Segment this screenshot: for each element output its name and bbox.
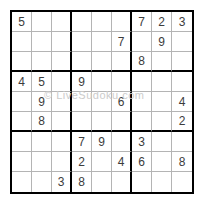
cell-r7c6[interactable] (112, 132, 132, 152)
cell-r6c9[interactable]: 2 (172, 112, 192, 132)
cell-r9c4[interactable]: 8 (72, 172, 92, 192)
cell-r5c7[interactable] (132, 92, 152, 112)
cell-r9c9[interactable] (172, 172, 192, 192)
cell-r2c1[interactable] (12, 32, 32, 52)
cell-r4c5[interactable] (92, 72, 112, 92)
cell-r3c3[interactable] (52, 52, 72, 72)
cell-r6c4[interactable] (72, 112, 92, 132)
cell-r8c2[interactable] (32, 152, 52, 172)
sudoku-page: 572379845996482793246838 © LiveSudoku.co… (0, 0, 200, 200)
cell-r4c2[interactable]: 5 (32, 72, 52, 92)
cell-r3c4[interactable] (72, 52, 92, 72)
cell-r3c5[interactable] (92, 52, 112, 72)
cell-r1c2[interactable] (32, 12, 52, 32)
cell-r9c1[interactable] (12, 172, 32, 192)
cell-r1c6[interactable] (112, 12, 132, 32)
cell-r1c1[interactable]: 5 (12, 12, 32, 32)
cell-r7c5[interactable]: 9 (92, 132, 112, 152)
cell-r4c3[interactable] (52, 72, 72, 92)
cell-r8c7[interactable]: 6 (132, 152, 152, 172)
cell-r7c7[interactable]: 3 (132, 132, 152, 152)
cell-r9c3[interactable]: 3 (52, 172, 72, 192)
cell-r7c2[interactable] (32, 132, 52, 152)
cell-r7c8[interactable] (152, 132, 172, 152)
cell-r4c9[interactable] (172, 72, 192, 92)
cell-r6c3[interactable] (52, 112, 72, 132)
cell-r5c1[interactable] (12, 92, 32, 112)
cell-r1c7[interactable]: 7 (132, 12, 152, 32)
cell-r3c2[interactable] (32, 52, 52, 72)
cell-r5c5[interactable] (92, 92, 112, 112)
cell-r4c8[interactable] (152, 72, 172, 92)
cell-r4c7[interactable] (132, 72, 152, 92)
cell-r4c4[interactable]: 9 (72, 72, 92, 92)
cell-r5c3[interactable] (52, 92, 72, 112)
cell-r1c8[interactable]: 2 (152, 12, 172, 32)
cell-r7c4[interactable]: 7 (72, 132, 92, 152)
cell-r9c2[interactable] (32, 172, 52, 192)
cell-r3c8[interactable] (152, 52, 172, 72)
cell-r8c6[interactable]: 4 (112, 152, 132, 172)
cell-r8c3[interactable] (52, 152, 72, 172)
cell-r2c6[interactable]: 7 (112, 32, 132, 52)
cell-r2c7[interactable] (132, 32, 152, 52)
sudoku-board: 572379845996482793246838 (10, 10, 194, 194)
cell-r2c5[interactable] (92, 32, 112, 52)
cell-r9c6[interactable] (112, 172, 132, 192)
cell-r2c3[interactable] (52, 32, 72, 52)
cell-r1c3[interactable] (52, 12, 72, 32)
cell-r8c8[interactable] (152, 152, 172, 172)
cell-r1c9[interactable]: 3 (172, 12, 192, 32)
cell-r3c1[interactable] (12, 52, 32, 72)
cell-r2c9[interactable] (172, 32, 192, 52)
cell-r5c4[interactable] (72, 92, 92, 112)
cell-r2c8[interactable]: 9 (152, 32, 172, 52)
cell-r4c6[interactable] (112, 72, 132, 92)
cell-r9c8[interactable] (152, 172, 172, 192)
cell-r4c1[interactable]: 4 (12, 72, 32, 92)
cell-r1c4[interactable] (72, 12, 92, 32)
cell-r7c9[interactable] (172, 132, 192, 152)
cell-r2c4[interactable] (72, 32, 92, 52)
cell-r5c2[interactable]: 9 (32, 92, 52, 112)
cell-r8c1[interactable] (12, 152, 32, 172)
cell-r2c2[interactable] (32, 32, 52, 52)
cell-r3c7[interactable]: 8 (132, 52, 152, 72)
cell-r5c8[interactable] (152, 92, 172, 112)
cell-r3c6[interactable] (112, 52, 132, 72)
cell-r8c4[interactable]: 2 (72, 152, 92, 172)
cell-r5c9[interactable]: 4 (172, 92, 192, 112)
cell-r6c8[interactable] (152, 112, 172, 132)
cell-r7c3[interactable] (52, 132, 72, 152)
cell-r9c5[interactable] (92, 172, 112, 192)
cell-r8c5[interactable] (92, 152, 112, 172)
cell-r3c9[interactable] (172, 52, 192, 72)
cell-r6c2[interactable]: 8 (32, 112, 52, 132)
cell-r5c6[interactable]: 6 (112, 92, 132, 112)
cell-r6c1[interactable] (12, 112, 32, 132)
cell-r1c5[interactable] (92, 12, 112, 32)
cell-r6c6[interactable] (112, 112, 132, 132)
cell-r6c5[interactable] (92, 112, 112, 132)
cell-r7c1[interactable] (12, 132, 32, 152)
cell-r9c7[interactable] (132, 172, 152, 192)
cell-r6c7[interactable] (132, 112, 152, 132)
cell-r8c9[interactable]: 8 (172, 152, 192, 172)
